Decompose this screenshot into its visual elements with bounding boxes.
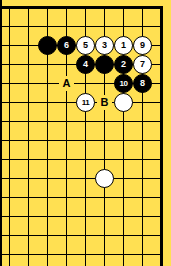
stone-black-4: 4 — [76, 55, 95, 74]
board-cell — [38, 169, 57, 188]
board-cell — [76, 207, 95, 226]
board-cell — [95, 169, 114, 188]
board-cell — [114, 207, 133, 226]
stone-black-8: 8 — [133, 74, 152, 93]
board-cell: 7 — [133, 55, 152, 74]
stone-white-3: 3 — [95, 36, 114, 55]
board-left-crop-line — [0, 0, 2, 266]
board-cell — [152, 207, 171, 226]
board-cell — [0, 36, 19, 55]
point-label-b: B — [97, 95, 112, 110]
board-cell — [95, 131, 114, 150]
board-cell — [19, 36, 38, 55]
board-cell — [0, 112, 19, 131]
board-cell — [0, 131, 19, 150]
board-cell — [19, 245, 38, 264]
board-cell — [76, 17, 95, 36]
stone-black-10: 10 — [114, 74, 133, 93]
board-cell — [133, 93, 152, 112]
board-cell — [57, 188, 76, 207]
stone-white — [95, 169, 114, 188]
board-cell — [57, 55, 76, 74]
go-board-diagram: 65319427A10811B — [0, 0, 171, 266]
board-cell — [19, 188, 38, 207]
board-cell — [133, 17, 152, 36]
board-cell — [38, 36, 57, 55]
board-cell — [19, 226, 38, 245]
board-cell — [0, 226, 19, 245]
board-cell — [152, 112, 171, 131]
board-cell — [114, 188, 133, 207]
board-cell — [38, 226, 57, 245]
board-cell — [19, 17, 38, 36]
stone-black — [95, 55, 114, 74]
board-grid: 65319427A10811B — [0, 0, 171, 266]
board-cell — [114, 226, 133, 245]
board-cell — [152, 55, 171, 74]
board-cell — [0, 55, 19, 74]
board-cell — [114, 131, 133, 150]
stone-white-11: 11 — [76, 93, 95, 112]
board-cell — [57, 150, 76, 169]
board-cell — [76, 226, 95, 245]
board-cell — [38, 0, 57, 17]
board-cell — [152, 131, 171, 150]
board-cell — [38, 207, 57, 226]
board-cell — [19, 0, 38, 17]
board-cell — [19, 93, 38, 112]
board-cell — [152, 0, 171, 17]
board-cell: A — [57, 74, 76, 93]
stone-black-6: 6 — [57, 36, 76, 55]
board-cell — [152, 226, 171, 245]
board-cell: 6 — [57, 36, 76, 55]
board-cell — [95, 226, 114, 245]
board-cell — [38, 17, 57, 36]
board-cell: 11 — [76, 93, 95, 112]
board-cell — [152, 93, 171, 112]
board-cell — [0, 17, 19, 36]
board-cell — [114, 169, 133, 188]
board-cell — [76, 0, 95, 17]
board-cell — [95, 207, 114, 226]
board-cell — [38, 131, 57, 150]
board-cell — [38, 74, 57, 93]
board-cell — [95, 112, 114, 131]
board-cell — [57, 17, 76, 36]
board-cell — [57, 112, 76, 131]
board-cell: 3 — [95, 36, 114, 55]
board-cell — [38, 150, 57, 169]
stone-white — [114, 93, 133, 112]
board-cell — [133, 112, 152, 131]
board-cell — [19, 131, 38, 150]
board-cell — [114, 150, 133, 169]
board-cell — [57, 131, 76, 150]
board-cell — [19, 55, 38, 74]
board-cell — [76, 169, 95, 188]
stone-white-1: 1 — [114, 36, 133, 55]
board-cell — [114, 17, 133, 36]
board-cell — [0, 188, 19, 207]
board-cell — [133, 245, 152, 264]
board-cell — [76, 188, 95, 207]
board-cell — [0, 74, 19, 93]
board-cell — [38, 245, 57, 264]
board-cell: 4 — [76, 55, 95, 74]
board-cell — [76, 245, 95, 264]
board-cell — [57, 0, 76, 17]
board-cell — [38, 112, 57, 131]
board-cell — [76, 74, 95, 93]
board-cell — [95, 74, 114, 93]
board-cell: 8 — [133, 74, 152, 93]
board-cell: 5 — [76, 36, 95, 55]
board-cell — [0, 245, 19, 264]
board-cell — [133, 0, 152, 17]
board-cell — [152, 36, 171, 55]
board-cell — [95, 245, 114, 264]
board-cell — [0, 150, 19, 169]
board-cell — [19, 169, 38, 188]
board-cell — [114, 93, 133, 112]
board-cell — [38, 55, 57, 74]
board-cell — [133, 169, 152, 188]
board-cell: 9 — [133, 36, 152, 55]
board-cell — [19, 112, 38, 131]
stone-white-7: 7 — [133, 55, 152, 74]
board-cell — [38, 188, 57, 207]
board-cell — [38, 93, 57, 112]
board-cell — [95, 150, 114, 169]
board-cell — [133, 188, 152, 207]
board-cell — [152, 188, 171, 207]
board-cell — [152, 150, 171, 169]
board-cell — [114, 245, 133, 264]
board-cell — [133, 226, 152, 245]
board-cell — [133, 207, 152, 226]
point-label-a: A — [59, 76, 74, 91]
board-cell — [19, 207, 38, 226]
stone-white-9: 9 — [133, 36, 152, 55]
board-cell — [0, 93, 19, 112]
board-cell — [19, 150, 38, 169]
board-cell: 10 — [114, 74, 133, 93]
board-cell: B — [95, 93, 114, 112]
board-cell — [133, 150, 152, 169]
board-cell — [152, 169, 171, 188]
board-cell — [0, 0, 19, 17]
board-cell — [95, 188, 114, 207]
board-cell — [57, 169, 76, 188]
board-cell — [95, 0, 114, 17]
board-cell — [152, 74, 171, 93]
board-cell — [114, 0, 133, 17]
board-cell — [152, 17, 171, 36]
board-cell — [114, 112, 133, 131]
board-cell — [133, 131, 152, 150]
board-cell — [95, 55, 114, 74]
board-cell — [0, 169, 19, 188]
board-cell: 2 — [114, 55, 133, 74]
stone-black — [38, 36, 57, 55]
board-cell — [152, 245, 171, 264]
board-cell — [57, 93, 76, 112]
board-cell — [76, 131, 95, 150]
board-cell — [57, 245, 76, 264]
board-cell — [95, 17, 114, 36]
stone-white-5: 5 — [76, 36, 95, 55]
board-cell — [19, 74, 38, 93]
board-cell — [0, 207, 19, 226]
board-cell — [76, 150, 95, 169]
board-cell — [76, 112, 95, 131]
stone-black-2: 2 — [114, 55, 133, 74]
board-cell — [57, 207, 76, 226]
board-cell — [57, 226, 76, 245]
board-cell: 1 — [114, 36, 133, 55]
